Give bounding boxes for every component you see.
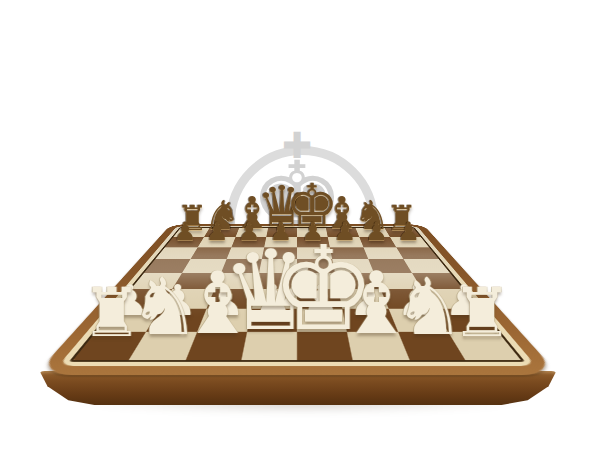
piece-black-pawn-h7[interactable]: ♟ [397, 219, 420, 245]
piece-black-pawn-a7[interactable]: ♟ [174, 219, 197, 245]
pieces-layer: ♜♞♝♛♚♝♞♜♟♟♟♟♟♟♟♟♜♞♝♛♚♝♞♜♟♟♟♟♟♟♟♟ [0, 0, 600, 450]
chess-set-photo: ✚ ♚ ♜♞♝♛♚♝♞♜♟♟♟♟♟♟♟♟♜♞♝♛♚♝♞♜♟♟♟♟♟♟♟♟ [0, 0, 600, 450]
piece-white-rook-h1[interactable]: ♜ [452, 280, 513, 348]
